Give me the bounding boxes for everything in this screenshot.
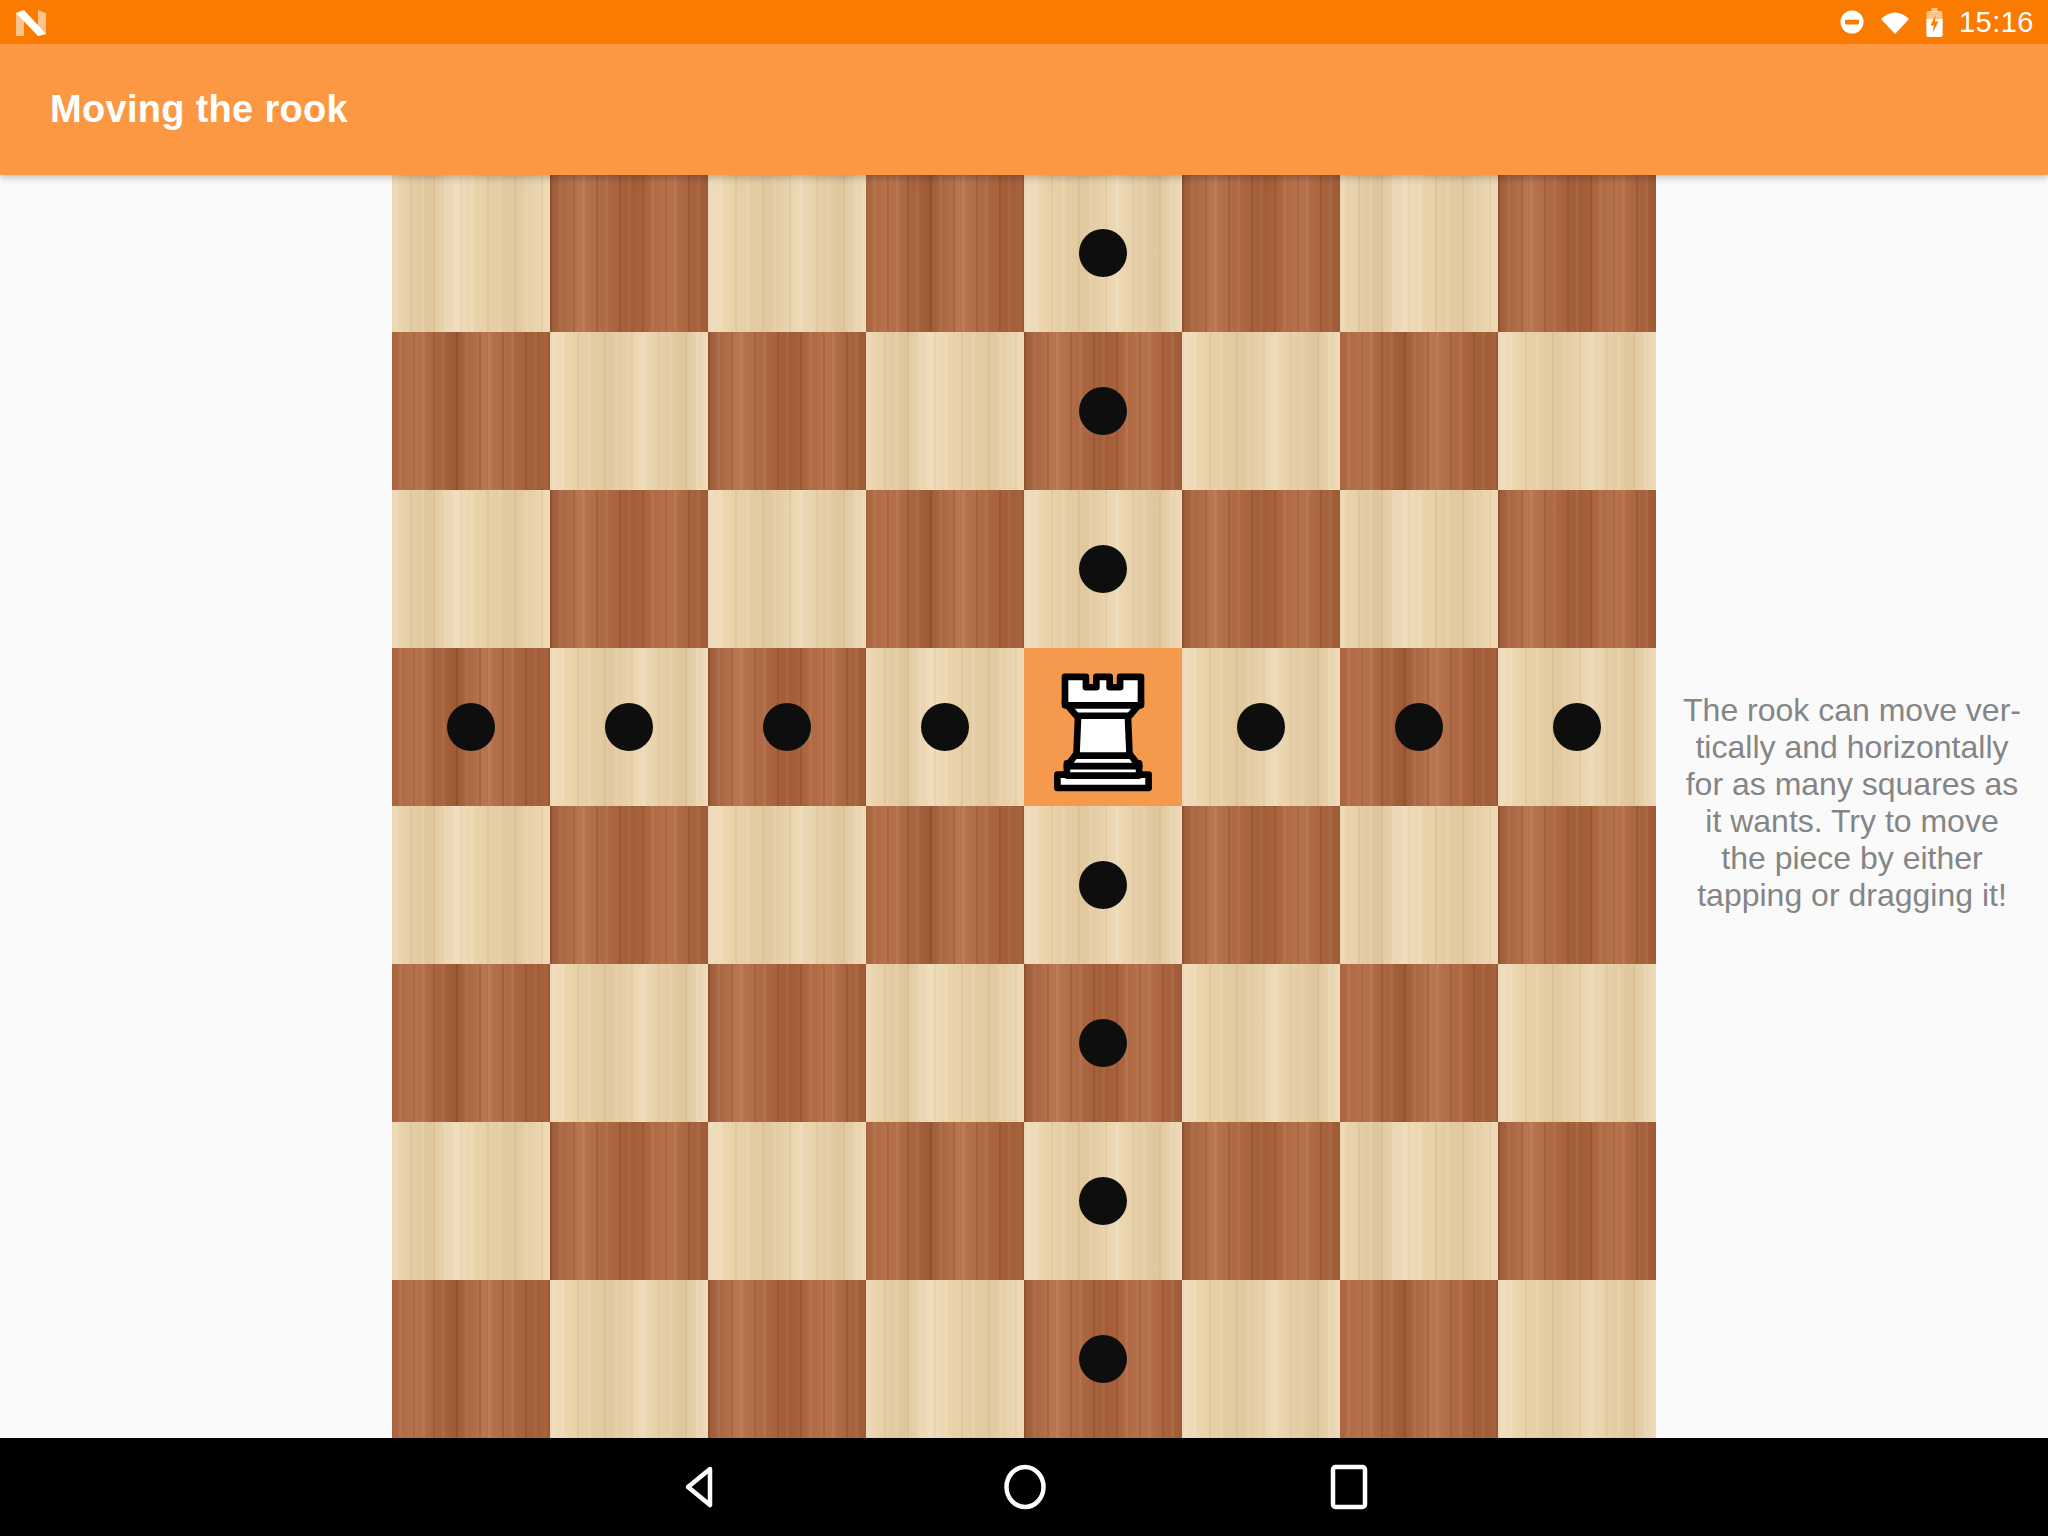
home-button[interactable] bbox=[995, 1438, 1055, 1536]
move-dot-g5[interactable] bbox=[1395, 703, 1443, 751]
square-h3 bbox=[1498, 964, 1656, 1122]
move-dot-e7[interactable] bbox=[1079, 387, 1127, 435]
square-d7 bbox=[866, 332, 1024, 490]
square-c4 bbox=[708, 806, 866, 964]
square-e7[interactable] bbox=[1024, 332, 1182, 490]
square-a3 bbox=[392, 964, 550, 1122]
square-e5[interactable] bbox=[1024, 648, 1182, 806]
clock: 15:16 bbox=[1959, 6, 2034, 39]
battery-charging-icon bbox=[1925, 7, 1944, 38]
square-b2 bbox=[550, 1122, 708, 1280]
square-e1[interactable] bbox=[1024, 1280, 1182, 1438]
white-rook-icon[interactable] bbox=[1046, 667, 1160, 793]
square-c5[interactable] bbox=[708, 648, 866, 806]
square-h4 bbox=[1498, 806, 1656, 964]
recents-icon bbox=[1327, 1462, 1371, 1512]
square-b3 bbox=[550, 964, 708, 1122]
square-f1 bbox=[1182, 1280, 1340, 1438]
wifi-icon bbox=[1880, 9, 1910, 35]
square-f3 bbox=[1182, 964, 1340, 1122]
square-b8 bbox=[550, 174, 708, 332]
square-b5[interactable] bbox=[550, 648, 708, 806]
move-dot-a5[interactable] bbox=[447, 703, 495, 751]
back-button[interactable] bbox=[669, 1438, 729, 1536]
square-d8 bbox=[866, 174, 1024, 332]
square-d1 bbox=[866, 1280, 1024, 1438]
square-h2 bbox=[1498, 1122, 1656, 1280]
instruction-line: tically and horizontally bbox=[1658, 729, 2046, 766]
instruction-text: The rook can move ver- tically and horiz… bbox=[1658, 692, 2046, 914]
recents-button[interactable] bbox=[1319, 1438, 1379, 1536]
move-dot-e6[interactable] bbox=[1079, 545, 1127, 593]
android-nav-bar bbox=[0, 1438, 2048, 1536]
move-dot-d5[interactable] bbox=[921, 703, 969, 751]
square-h8 bbox=[1498, 174, 1656, 332]
square-h5[interactable] bbox=[1498, 648, 1656, 806]
square-g8 bbox=[1340, 174, 1498, 332]
square-a6 bbox=[392, 490, 550, 648]
chess-board[interactable] bbox=[392, 174, 1656, 1438]
square-a5[interactable] bbox=[392, 648, 550, 806]
instruction-line: for as many squares as bbox=[1658, 766, 2046, 803]
move-dot-e2[interactable] bbox=[1079, 1177, 1127, 1225]
square-a7 bbox=[392, 332, 550, 490]
square-a2 bbox=[392, 1122, 550, 1280]
move-dot-e3[interactable] bbox=[1079, 1019, 1127, 1067]
square-d2 bbox=[866, 1122, 1024, 1280]
move-dot-b5[interactable] bbox=[605, 703, 653, 751]
square-h1 bbox=[1498, 1280, 1656, 1438]
square-d5[interactable] bbox=[866, 648, 1024, 806]
square-f7 bbox=[1182, 332, 1340, 490]
square-b1 bbox=[550, 1280, 708, 1438]
square-f8 bbox=[1182, 174, 1340, 332]
square-f4 bbox=[1182, 806, 1340, 964]
move-dot-f5[interactable] bbox=[1237, 703, 1285, 751]
square-e6[interactable] bbox=[1024, 490, 1182, 648]
android-n-icon bbox=[14, 8, 48, 36]
instruction-line: it wants. Try to move bbox=[1658, 803, 2046, 840]
square-d6 bbox=[866, 490, 1024, 648]
instruction-line: tapping or dragging it! bbox=[1658, 877, 2046, 914]
square-d3 bbox=[866, 964, 1024, 1122]
back-icon bbox=[679, 1462, 719, 1512]
home-icon bbox=[1001, 1462, 1049, 1512]
move-dot-e1[interactable] bbox=[1079, 1335, 1127, 1383]
square-b4 bbox=[550, 806, 708, 964]
square-g6 bbox=[1340, 490, 1498, 648]
square-c3 bbox=[708, 964, 866, 1122]
app-bar: Moving the rook bbox=[0, 44, 2048, 175]
square-f5[interactable] bbox=[1182, 648, 1340, 806]
square-a4 bbox=[392, 806, 550, 964]
instruction-line: the piece by either bbox=[1658, 840, 2046, 877]
square-b7 bbox=[550, 332, 708, 490]
square-c1 bbox=[708, 1280, 866, 1438]
square-h7 bbox=[1498, 332, 1656, 490]
square-a1 bbox=[392, 1280, 550, 1438]
move-dot-h5[interactable] bbox=[1553, 703, 1601, 751]
square-h6 bbox=[1498, 490, 1656, 648]
square-f2 bbox=[1182, 1122, 1340, 1280]
square-b6 bbox=[550, 490, 708, 648]
square-e8[interactable] bbox=[1024, 174, 1182, 332]
square-g7 bbox=[1340, 332, 1498, 490]
page-title: Moving the rook bbox=[50, 88, 348, 131]
square-f6 bbox=[1182, 490, 1340, 648]
move-dot-c5[interactable] bbox=[763, 703, 811, 751]
square-g2 bbox=[1340, 1122, 1498, 1280]
square-e4[interactable] bbox=[1024, 806, 1182, 964]
move-dot-e8[interactable] bbox=[1079, 229, 1127, 277]
square-c6 bbox=[708, 490, 866, 648]
square-g5[interactable] bbox=[1340, 648, 1498, 806]
status-bar: 15:16 bbox=[0, 0, 2048, 44]
instruction-line: The rook can move ver- bbox=[1658, 692, 2046, 729]
square-c2 bbox=[708, 1122, 866, 1280]
square-c7 bbox=[708, 332, 866, 490]
move-dot-e4[interactable] bbox=[1079, 861, 1127, 909]
square-a8 bbox=[392, 174, 550, 332]
do-not-disturb-icon bbox=[1839, 9, 1865, 35]
square-e3[interactable] bbox=[1024, 964, 1182, 1122]
square-g4 bbox=[1340, 806, 1498, 964]
square-c8 bbox=[708, 174, 866, 332]
square-g3 bbox=[1340, 964, 1498, 1122]
square-d4 bbox=[866, 806, 1024, 964]
square-g1 bbox=[1340, 1280, 1498, 1438]
square-e2[interactable] bbox=[1024, 1122, 1182, 1280]
